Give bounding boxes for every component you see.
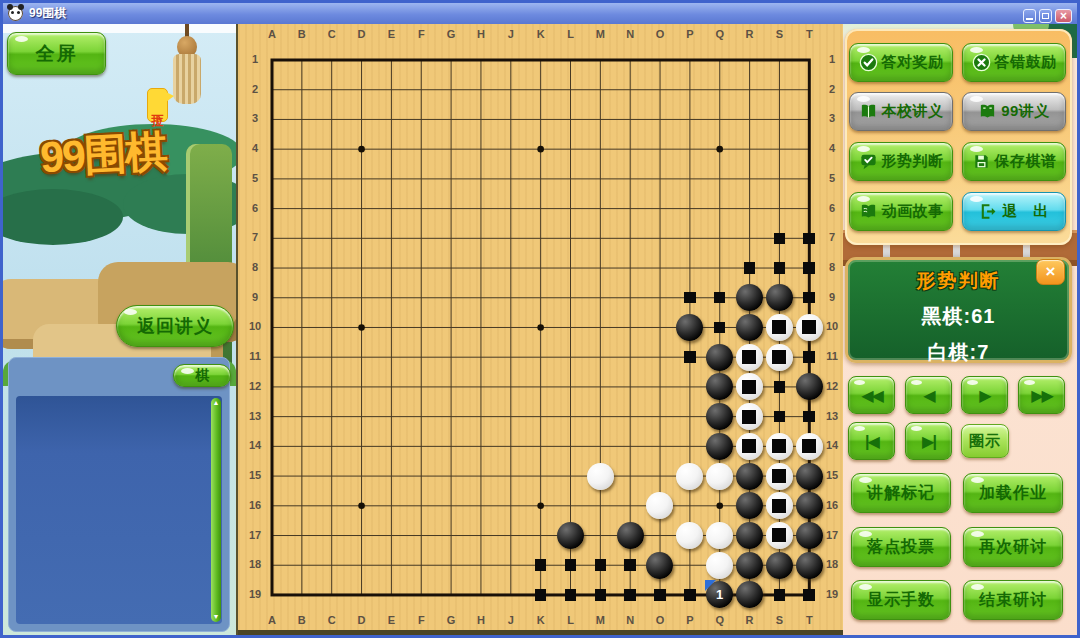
floppy-icon bbox=[972, 152, 991, 171]
black-territory-mark bbox=[624, 589, 636, 601]
col-label: T bbox=[799, 28, 819, 40]
black-territory-mark bbox=[774, 411, 786, 423]
black-territory-mark bbox=[595, 559, 607, 571]
black-territory-mark bbox=[774, 233, 786, 245]
col-label: T bbox=[799, 614, 819, 626]
col-label: A bbox=[262, 614, 282, 626]
white-stone bbox=[676, 463, 703, 490]
black-stone bbox=[796, 373, 823, 400]
black-stone bbox=[676, 314, 703, 341]
black-territory-mark bbox=[714, 322, 726, 334]
current-move-pointer-icon bbox=[705, 580, 716, 591]
row-label: 12 bbox=[822, 380, 842, 392]
scroll-down-icon[interactable]: ▼ bbox=[213, 612, 220, 622]
title-bar: 99围棋 × bbox=[3, 3, 1077, 24]
black-territory-mark bbox=[803, 292, 815, 304]
book-icon bbox=[978, 102, 997, 121]
black-stone bbox=[736, 492, 763, 519]
reward-correct-button[interactable]: 答对奖励 bbox=[849, 43, 953, 82]
black-territory-mark bbox=[624, 559, 636, 571]
black-territory-mark bbox=[803, 262, 815, 274]
white-stone bbox=[706, 522, 733, 549]
black-territory-mark bbox=[684, 292, 696, 304]
col-label: J bbox=[501, 28, 521, 40]
black-stone bbox=[706, 373, 733, 400]
step-back-button[interactable]: ◀ bbox=[905, 376, 952, 414]
col-label: H bbox=[471, 614, 491, 626]
minimize-button[interactable] bbox=[1023, 9, 1036, 23]
explain-mark-button[interactable]: 讲解标记 bbox=[851, 473, 951, 513]
row-label: 19 bbox=[822, 588, 842, 600]
col-label: K bbox=[531, 28, 551, 40]
black-territory-mark bbox=[744, 262, 756, 274]
col-label: J bbox=[501, 614, 521, 626]
load-homework-button[interactable]: 加载作业 bbox=[963, 473, 1063, 513]
white-stone-marked-dead bbox=[766, 492, 793, 519]
judgment-close-button[interactable]: × bbox=[1036, 259, 1065, 285]
col-label: N bbox=[620, 28, 640, 40]
col-label: D bbox=[352, 614, 372, 626]
white-stone bbox=[587, 463, 614, 490]
black-stone bbox=[736, 581, 763, 608]
black-stone bbox=[706, 433, 733, 460]
black-territory-mark bbox=[774, 589, 786, 601]
black-stone bbox=[796, 522, 823, 549]
col-label: S bbox=[769, 28, 789, 40]
col-label: L bbox=[561, 614, 581, 626]
black-stone bbox=[766, 552, 793, 579]
col-label: D bbox=[352, 28, 372, 40]
goban[interactable]: 1 bbox=[257, 45, 824, 610]
row-label: 1 bbox=[822, 53, 842, 65]
white-stone-marked-dead bbox=[766, 314, 793, 341]
black-territory-mark bbox=[803, 411, 815, 423]
col-label: E bbox=[381, 28, 401, 40]
col-label: E bbox=[381, 614, 401, 626]
black-stone bbox=[736, 284, 763, 311]
black-stone bbox=[736, 522, 763, 549]
end-discussion-button[interactable]: 结束研讨 bbox=[963, 580, 1063, 620]
black-territory-mark bbox=[565, 559, 577, 571]
last-move-button[interactable]: ▶| bbox=[905, 422, 952, 460]
animation-story-button[interactable]: 动画故事 bbox=[849, 192, 953, 231]
button-label: 保存棋谱 bbox=[995, 152, 1057, 171]
button-label: 退 出 bbox=[1002, 202, 1049, 221]
row-label: 7 bbox=[822, 231, 842, 243]
col-label: P bbox=[680, 28, 700, 40]
button-label: 本校讲义 bbox=[882, 102, 944, 121]
white-stone-marked-dead bbox=[766, 463, 793, 490]
black-territory-mark bbox=[565, 589, 577, 601]
row-label: 16 bbox=[822, 499, 842, 511]
app-logo-text: 99围棋 bbox=[12, 121, 195, 188]
col-label: N bbox=[620, 614, 640, 626]
col-label: O bbox=[650, 28, 670, 40]
white-stone-marked-dead bbox=[736, 344, 763, 371]
row-label: 10 bbox=[822, 320, 842, 332]
circle-mark-button[interactable]: 圈示 bbox=[961, 424, 1009, 458]
col-label: C bbox=[322, 614, 342, 626]
row-label: 6 bbox=[822, 202, 842, 214]
right-sidebar: 答对奖励 答错鼓励 本校讲义 99讲义 形势判断 保存棋谱 bbox=[843, 24, 1077, 635]
school-lecture-button[interactable]: 本校讲义 bbox=[849, 92, 953, 131]
book-icon bbox=[859, 102, 878, 121]
col-label: B bbox=[292, 28, 312, 40]
button-label: 形势判断 bbox=[882, 152, 944, 171]
scrollbar[interactable]: ▲ ▼ bbox=[211, 398, 221, 622]
row-label: 9 bbox=[822, 291, 842, 303]
col-label: M bbox=[590, 614, 610, 626]
black-stone bbox=[796, 552, 823, 579]
back-to-lecture-button[interactable]: 返回讲义 bbox=[116, 305, 234, 347]
white-stone-marked-dead bbox=[766, 344, 793, 371]
white-stone bbox=[706, 552, 733, 579]
show-move-numbers-button[interactable]: 显示手数 bbox=[851, 580, 951, 620]
black-stone bbox=[796, 492, 823, 519]
position-judgment-panel: 形势判断 × 黑棋:61 白棋:7 bbox=[845, 257, 1072, 363]
black-territory-mark bbox=[595, 589, 607, 601]
black-stone bbox=[706, 344, 733, 371]
black-territory-mark bbox=[803, 589, 815, 601]
row-label: 18 bbox=[822, 558, 842, 570]
col-label: P bbox=[680, 614, 700, 626]
button-label: 99讲义 bbox=[1001, 102, 1050, 121]
col-label: S bbox=[769, 614, 789, 626]
fast-forward-button[interactable]: ▶▶ bbox=[1018, 376, 1065, 414]
tool-button-panel: 答对奖励 答错鼓励 本校讲义 99讲义 形势判断 保存棋谱 bbox=[845, 29, 1072, 245]
row-label: 13 bbox=[822, 410, 842, 422]
step-forward-button[interactable]: ▶ bbox=[961, 376, 1008, 414]
white-stone-marked-dead bbox=[736, 433, 763, 460]
pull-down-tag[interactable]: 下拉 bbox=[147, 88, 168, 122]
white-stone-marked-dead bbox=[796, 314, 823, 341]
point-vote-button[interactable]: 落点投票 bbox=[851, 527, 951, 567]
col-label: C bbox=[322, 28, 342, 40]
black-stone bbox=[557, 522, 584, 549]
black-stone bbox=[736, 314, 763, 341]
row-label: 11 bbox=[822, 350, 842, 362]
black-territory-mark bbox=[774, 381, 786, 393]
col-label: Q bbox=[710, 614, 730, 626]
re-discuss-button[interactable]: 再次研讨 bbox=[963, 527, 1063, 567]
white-stone bbox=[676, 522, 703, 549]
white-stone bbox=[646, 492, 673, 519]
save-kifu-button[interactable]: 保存棋谱 bbox=[962, 142, 1066, 181]
black-stone bbox=[736, 463, 763, 490]
col-label: B bbox=[292, 614, 312, 626]
99-lecture-button[interactable]: 99讲义 bbox=[962, 92, 1066, 131]
go-board-panel: AABBCCDDEEFFGGHHJJKKLLMMNNOOPPQQRRSSTT11… bbox=[236, 24, 843, 635]
black-territory-mark bbox=[714, 292, 726, 304]
encourage-wrong-button[interactable]: 答错鼓励 bbox=[962, 43, 1066, 82]
black-score: 黑棋:61 bbox=[848, 303, 1069, 330]
scroll-up-icon[interactable]: ▲ bbox=[213, 398, 220, 408]
check-circle-icon bbox=[859, 53, 878, 72]
black-stone bbox=[617, 522, 644, 549]
x-circle-icon bbox=[972, 53, 991, 72]
col-label: R bbox=[740, 28, 760, 40]
white-stone-marked-dead bbox=[736, 373, 763, 400]
col-label: F bbox=[411, 614, 431, 626]
lecture-list-panel: 棋 ▲ ▼ bbox=[8, 357, 230, 632]
app-window: 99围棋 × 下拉 99围棋 全屏 返回讲义 棋 ▲ ▼ bbox=[0, 0, 1080, 638]
lecture-list[interactable]: ▲ ▼ bbox=[16, 396, 222, 624]
exit-icon bbox=[979, 202, 998, 221]
tassel-art bbox=[173, 24, 201, 104]
black-territory-mark bbox=[535, 559, 547, 571]
black-stone bbox=[646, 552, 673, 579]
tree-art bbox=[3, 189, 123, 245]
col-label: Q bbox=[710, 28, 730, 40]
black-stone bbox=[706, 403, 733, 430]
row-label: 5 bbox=[822, 172, 842, 184]
col-label: A bbox=[262, 28, 282, 40]
app-logo-icon bbox=[8, 6, 23, 21]
storybook-icon bbox=[859, 202, 878, 221]
col-label: H bbox=[471, 28, 491, 40]
black-territory-mark bbox=[684, 589, 696, 601]
list-tab[interactable]: 棋 bbox=[173, 364, 231, 387]
close-button[interactable]: × bbox=[1055, 9, 1072, 23]
fullscreen-button[interactable]: 全屏 bbox=[7, 32, 106, 75]
white-stone-marked-dead bbox=[766, 433, 793, 460]
white-stone-marked-dead bbox=[736, 403, 763, 430]
row-label: 2 bbox=[822, 83, 842, 95]
black-territory-mark bbox=[654, 589, 666, 601]
move-number-label: 1 bbox=[716, 587, 723, 602]
black-territory-mark bbox=[774, 262, 786, 274]
rewind-button[interactable]: ◀◀ bbox=[848, 376, 895, 414]
col-label: M bbox=[590, 28, 610, 40]
white-stone bbox=[706, 463, 733, 490]
col-label: O bbox=[650, 614, 670, 626]
white-score: 白棋:7 bbox=[848, 339, 1069, 366]
col-label: R bbox=[740, 614, 760, 626]
black-stone bbox=[766, 284, 793, 311]
row-label: 8 bbox=[822, 261, 842, 273]
white-stone-marked-dead bbox=[796, 433, 823, 460]
button-label: 答对奖励 bbox=[882, 53, 944, 72]
black-stone bbox=[736, 552, 763, 579]
left-sidebar: 下拉 99围棋 全屏 返回讲义 棋 ▲ ▼ bbox=[3, 24, 236, 635]
window-title: 99围棋 bbox=[29, 5, 66, 22]
chat-check-icon bbox=[859, 152, 878, 171]
black-territory-mark bbox=[684, 351, 696, 363]
col-label: G bbox=[441, 28, 461, 40]
position-judge-button[interactable]: 形势判断 bbox=[849, 142, 953, 181]
exit-button[interactable]: 退 出 bbox=[962, 192, 1066, 231]
black-territory-mark bbox=[803, 351, 815, 363]
row-label: 3 bbox=[822, 112, 842, 124]
black-stone bbox=[796, 463, 823, 490]
maximize-button[interactable] bbox=[1039, 9, 1052, 23]
col-label: L bbox=[561, 28, 581, 40]
row-label: 15 bbox=[822, 469, 842, 481]
col-label: K bbox=[531, 614, 551, 626]
black-territory-mark bbox=[535, 589, 547, 601]
white-stone-marked-dead bbox=[766, 522, 793, 549]
row-label: 4 bbox=[822, 142, 842, 154]
black-territory-mark bbox=[803, 233, 815, 245]
first-move-button[interactable]: |◀ bbox=[848, 422, 895, 460]
button-label: 动画故事 bbox=[882, 202, 944, 221]
col-label: F bbox=[411, 28, 431, 40]
row-label: 14 bbox=[822, 439, 842, 451]
row-label: 17 bbox=[822, 529, 842, 541]
button-label: 答错鼓励 bbox=[995, 53, 1057, 72]
col-label: G bbox=[441, 614, 461, 626]
